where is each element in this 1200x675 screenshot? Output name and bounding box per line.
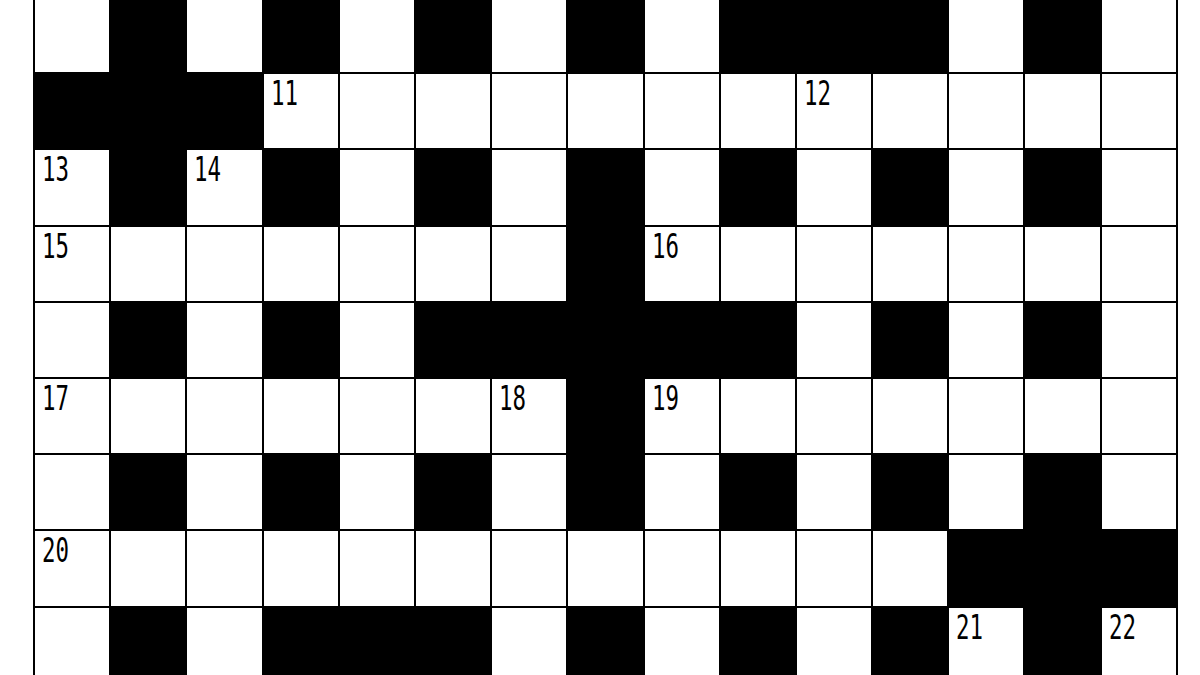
cell-r9c4-black [264,608,338,675]
cell-r3c14-black [1025,150,1099,224]
cell-r8c7-white[interactable] [492,531,566,605]
cell-r2c10-white[interactable] [721,74,795,148]
clue-number-17: 17 [42,382,69,415]
cell-r4c12-white[interactable] [873,227,947,301]
cell-r5c1-white[interactable] [35,303,109,377]
cell-r5c8-black [568,303,642,377]
cell-r4c4-white[interactable] [264,227,338,301]
cell-r8c4-white[interactable] [264,531,338,605]
cell-r1c2-black [111,0,185,72]
cell-r7c2-black [111,455,185,529]
cell-r3c9-white[interactable] [645,150,719,224]
cell-r2c12-white[interactable] [873,74,947,148]
cell-r1c6-black [416,0,490,72]
cell-r5c11-white[interactable] [797,303,871,377]
cell-r3c3-white[interactable]: 14 [187,150,261,224]
cell-r7c15-white[interactable] [1102,455,1176,529]
cell-r7c4-black [264,455,338,529]
cell-r5c3-white[interactable] [187,303,261,377]
cell-r4c2-white[interactable] [111,227,185,301]
cell-r4c11-white[interactable] [797,227,871,301]
cell-r6c14-white[interactable] [1025,379,1099,453]
cell-r8c14-black [1025,531,1099,605]
cell-r2c1-black [35,74,109,148]
cell-r3c13-white[interactable] [949,150,1023,224]
cell-r7c3-white[interactable] [187,455,261,529]
cell-r3c10-black [721,150,795,224]
cell-r2c4-white[interactable]: 11 [264,74,338,148]
clue-number-16: 16 [652,230,679,263]
cell-r7c11-white[interactable] [797,455,871,529]
cell-r6c13-white[interactable] [949,379,1023,453]
cell-r1c8-black [568,0,642,72]
cell-r7c5-white[interactable] [340,455,414,529]
cell-r5c10-black [721,303,795,377]
cell-r3c5-white[interactable] [340,150,414,224]
cell-r9c7-white[interactable] [492,608,566,675]
cell-r6c2-white[interactable] [111,379,185,453]
cell-r1c7-white[interactable] [492,0,566,72]
cell-r7c7-white[interactable] [492,455,566,529]
cell-r8c10-white[interactable] [721,531,795,605]
cell-r1c4-black [264,0,338,72]
clue-number-20: 20 [42,534,69,567]
cell-r8c9-white[interactable] [645,531,719,605]
cell-r5c13-white[interactable] [949,303,1023,377]
cell-r7c9-white[interactable] [645,455,719,529]
clue-number-11: 11 [271,77,298,110]
cell-r2c7-white[interactable] [492,74,566,148]
cell-r4c6-white[interactable] [416,227,490,301]
cell-r1c9-white[interactable] [645,0,719,72]
clue-number-15: 15 [42,230,69,263]
cell-r9c11-white[interactable] [797,608,871,675]
cell-r9c8-black [568,608,642,675]
cell-r9c2-black [111,608,185,675]
cell-r3c12-black [873,150,947,224]
cell-r8c15-black [1102,531,1176,605]
cell-r9c9-white[interactable] [645,608,719,675]
cell-r5c9-black [645,303,719,377]
cell-r9c1-white[interactable] [35,608,109,675]
cell-r3c6-black [416,150,490,224]
cell-r8c1-white[interactable]: 20 [35,531,109,605]
cell-r9c14-black [1025,608,1099,675]
cell-r4c9-white[interactable]: 16 [645,227,719,301]
cell-r2c14-white[interactable] [1025,74,1099,148]
cell-r5c2-black [111,303,185,377]
cell-r7c10-black [721,455,795,529]
cell-r8c11-white[interactable] [797,531,871,605]
cell-r1c5-white[interactable] [340,0,414,72]
cell-r4c1-white[interactable]: 15 [35,227,109,301]
cell-r6c10-white[interactable] [721,379,795,453]
cell-r8c8-white[interactable] [568,531,642,605]
cell-r9c6-black [416,608,490,675]
cell-r2c11-white[interactable]: 12 [797,74,871,148]
cell-r8c13-black [949,531,1023,605]
cell-r4c5-white[interactable] [340,227,414,301]
crossword-grid: 111213141516171819202122 [33,0,1178,675]
cell-r2c3-black [187,74,261,148]
cell-r1c1-white[interactable] [35,0,109,72]
cell-r3c1-white[interactable]: 13 [35,150,109,224]
clue-number-12: 12 [804,77,831,110]
cell-r6c5-white[interactable] [340,379,414,453]
cell-r5c5-white[interactable] [340,303,414,377]
cell-r7c8-black [568,455,642,529]
cell-r3c2-black [111,150,185,224]
cell-r5c12-black [873,303,947,377]
cell-r2c13-white[interactable] [949,74,1023,148]
clue-number-18: 18 [499,382,526,415]
cell-r2c2-black [111,74,185,148]
cell-r1c13-white[interactable] [949,0,1023,72]
cell-r5c14-black [1025,303,1099,377]
cell-r4c14-white[interactable] [1025,227,1099,301]
cell-r1c11-black [797,0,871,72]
cell-r2c9-white[interactable] [645,74,719,148]
cell-r6c9-white[interactable]: 19 [645,379,719,453]
cell-r3c8-black [568,150,642,224]
cell-r3c15-white[interactable] [1102,150,1176,224]
cell-r5c6-black [416,303,490,377]
cell-r9c5-black [340,608,414,675]
cell-r7c6-black [416,455,490,529]
cell-r5c15-white[interactable] [1102,303,1176,377]
cell-r8c6-white[interactable] [416,531,490,605]
cell-r7c1-white[interactable] [35,455,109,529]
cell-r9c13-white[interactable]: 21 [949,608,1023,675]
cell-r5c7-black [492,303,566,377]
cell-r8c12-white[interactable] [873,531,947,605]
clue-number-21: 21 [956,611,983,644]
cell-r1c14-black [1025,0,1099,72]
cell-r5c4-black [264,303,338,377]
cell-r6c7-white[interactable]: 18 [492,379,566,453]
cell-r4c7-white[interactable] [492,227,566,301]
cell-r6c4-white[interactable] [264,379,338,453]
cell-r1c3-white[interactable] [187,0,261,72]
cell-r9c12-black [873,608,947,675]
cell-r6c3-white[interactable] [187,379,261,453]
cell-r7c12-black [873,455,947,529]
cell-r7c14-black [1025,455,1099,529]
cell-r2c5-white[interactable] [340,74,414,148]
cell-r3c4-black [264,150,338,224]
clue-number-13: 13 [42,153,69,186]
cell-r1c10-black [721,0,795,72]
cell-r3c11-white[interactable] [797,150,871,224]
cell-r4c15-white[interactable] [1102,227,1176,301]
cell-r4c8-black [568,227,642,301]
cell-r4c10-white[interactable] [721,227,795,301]
cell-r8c5-white[interactable] [340,531,414,605]
cell-r6c1-white[interactable]: 17 [35,379,109,453]
cell-r9c3-white[interactable] [187,608,261,675]
cell-r9c10-black [721,608,795,675]
cell-r3c7-white[interactable] [492,150,566,224]
cell-r2c15-white[interactable] [1102,74,1176,148]
cell-r6c15-white[interactable] [1102,379,1176,453]
cell-r1c15-white[interactable] [1102,0,1176,72]
cell-r6c12-white[interactable] [873,379,947,453]
clue-number-14: 14 [194,153,221,186]
cell-r1c12-black [873,0,947,72]
cell-r6c11-white[interactable] [797,379,871,453]
clue-number-19: 19 [652,382,679,415]
cell-r4c3-white[interactable] [187,227,261,301]
cell-r6c8-black [568,379,642,453]
clue-number-22: 22 [1109,611,1136,644]
cell-r2c6-white[interactable] [416,74,490,148]
cell-r2c8-white[interactable] [568,74,642,148]
cell-r7c13-white[interactable] [949,455,1023,529]
cell-r8c3-white[interactable] [187,531,261,605]
cell-r4c13-white[interactable] [949,227,1023,301]
cell-r6c6-white[interactable] [416,379,490,453]
cell-r8c2-white[interactable] [111,531,185,605]
cell-r9c15-white[interactable]: 22 [1102,608,1176,675]
